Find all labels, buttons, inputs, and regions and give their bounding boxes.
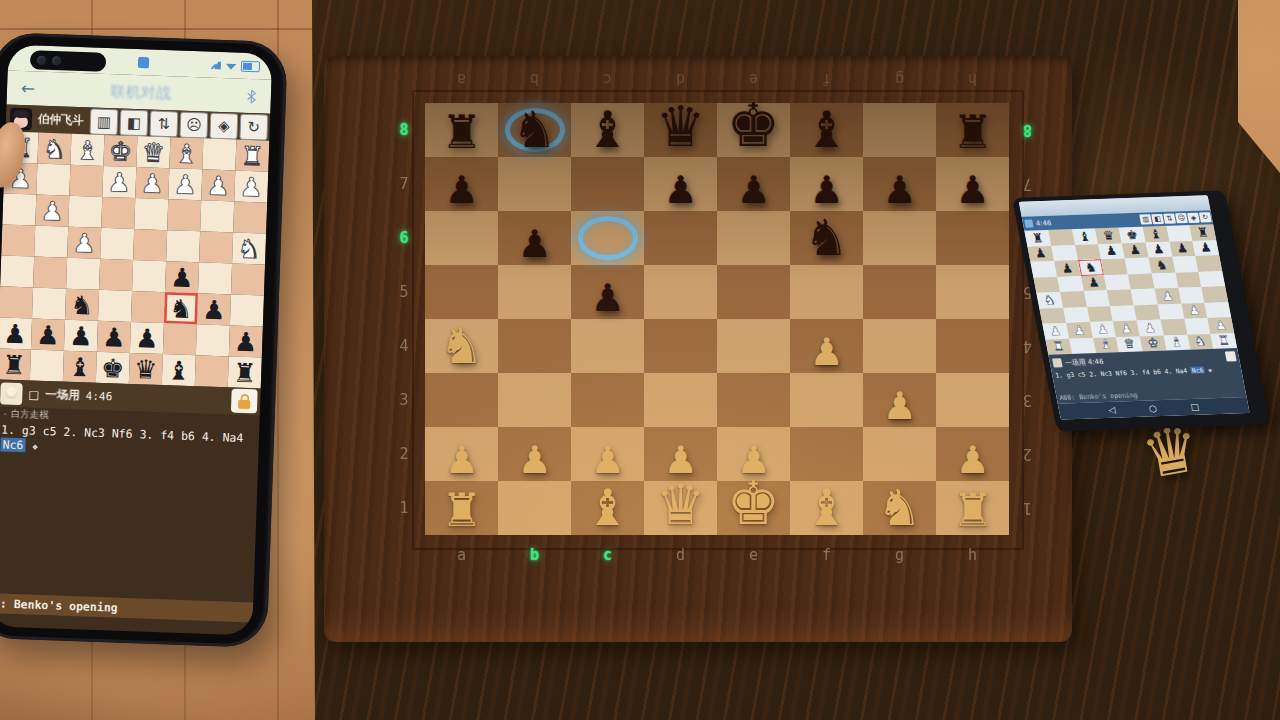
square-e5[interactable] <box>1128 273 1155 289</box>
square-d7[interactable]: ♟ <box>130 322 164 354</box>
square-c3[interactable] <box>167 199 201 231</box>
square-h5 <box>936 265 1009 319</box>
square-d2[interactable]: ♟ <box>1113 320 1140 336</box>
square-g1[interactable]: ♞ <box>1187 333 1214 349</box>
square-a8[interactable]: ♜ <box>228 356 262 388</box>
square-b6: ♟ <box>498 211 571 265</box>
square-f6[interactable]: ♞ <box>1148 257 1175 273</box>
square-e7[interactable]: ♟ <box>97 321 131 353</box>
square-h6[interactable] <box>1196 255 1223 271</box>
tablet-board-sync-icon[interactable]: ◧ <box>1151 214 1164 224</box>
square-e1[interactable]: ♚ <box>103 135 137 167</box>
square-c6 <box>571 211 644 265</box>
white-pawn-f4: ♟ <box>809 333 843 371</box>
square-a1[interactable]: ♜ <box>1045 338 1072 354</box>
black-bishop-c8: ♝ <box>585 105 630 155</box>
lock-icon <box>238 399 250 408</box>
tablet-draw-offer-icon[interactable]: ◈ <box>1187 213 1200 223</box>
square-h7[interactable]: ♟ <box>1193 240 1220 256</box>
led-ring-c6 <box>578 216 638 260</box>
square-g8[interactable] <box>1166 225 1193 241</box>
white-pawn-d2[interactable]: ♟ <box>140 170 164 197</box>
square-e4[interactable] <box>1131 289 1158 305</box>
square-c6[interactable]: ♞ <box>164 292 198 324</box>
square-f5 <box>790 265 863 319</box>
square-b1[interactable] <box>202 138 236 170</box>
square-b4[interactable] <box>1060 291 1087 307</box>
black-pawn-c5[interactable]: ♟ <box>1087 276 1101 289</box>
square-e2[interactable]: ♟ <box>1137 320 1164 336</box>
tablet-rematch-icon[interactable]: ↻ <box>1199 212 1212 222</box>
rematch-icon[interactable]: ↻ <box>239 114 268 141</box>
white-pawn-c2[interactable]: ♟ <box>173 171 197 198</box>
square-f8[interactable]: ♝ <box>63 351 97 383</box>
square-a3[interactable] <box>1039 307 1066 323</box>
square-h8[interactable]: ♜ <box>1190 224 1217 240</box>
coord-bottom-d: d <box>676 546 685 564</box>
square-b6[interactable]: ♟ <box>197 293 231 325</box>
square-c8[interactable]: ♝ <box>162 354 196 386</box>
page-title: 联机对战 <box>35 79 246 105</box>
square-b8[interactable] <box>1048 229 1075 245</box>
black-knight-b8: ♞ <box>512 105 557 155</box>
square-b5[interactable] <box>198 262 232 294</box>
nav-back-icon[interactable]: ◁ <box>1107 405 1116 415</box>
square-g7[interactable]: ♟ <box>1169 240 1196 256</box>
square-d4[interactable] <box>1107 289 1134 305</box>
black-rook-h8[interactable]: ♜ <box>2 351 26 378</box>
white-pawn-h2: ♟ <box>955 441 989 479</box>
white-king-e1: ♚ <box>727 473 781 533</box>
square-h1: ♜ <box>936 481 1009 535</box>
black-pawn-f7[interactable]: ♟ <box>1152 243 1166 256</box>
black-pawn-d7: ♟ <box>663 171 697 209</box>
black-pawn-g7[interactable]: ♟ <box>36 321 60 348</box>
square-a4[interactable]: ♞ <box>1036 292 1063 308</box>
tablet-chessboard: ♜♝♛♚♝♜♟♟♟♟♟♟♟♞♞♟♞♟♟♟♟♟♟♟♟♜♝♛♚♝♞♜ <box>1024 224 1237 355</box>
board-files-bottom: abcdefgh <box>425 546 1009 564</box>
square-g2[interactable] <box>1184 318 1211 334</box>
white-pawn-h2[interactable]: ♟ <box>1214 319 1228 332</box>
square-b2[interactable]: ♟ <box>201 169 235 201</box>
white-pawn-b2[interactable]: ♟ <box>206 172 230 199</box>
stats-icon[interactable]: ▥ <box>89 108 118 135</box>
square-b3[interactable] <box>1063 307 1090 323</box>
square-a3 <box>425 373 498 427</box>
square-c1: ♝ <box>571 481 644 535</box>
coord-left-2: 2 <box>399 445 408 463</box>
white-pawn-d2[interactable]: ♟ <box>1120 322 1134 335</box>
square-h3[interactable] <box>2 193 36 225</box>
tablet-player-text: 一场用 4:46 <box>1064 356 1105 367</box>
square-c1[interactable]: ♝ <box>169 137 203 169</box>
black-pawn-b6[interactable]: ♟ <box>202 296 226 323</box>
black-pawn-h7[interactable]: ♟ <box>3 320 27 347</box>
white-pawn-c2[interactable]: ♟ <box>1096 323 1110 336</box>
black-pawn-h7[interactable]: ♟ <box>1199 241 1213 254</box>
white-knight-a4[interactable]: ♞ <box>237 235 261 262</box>
black-bishop-c8[interactable]: ♝ <box>167 357 191 384</box>
square-f7[interactable]: ♟ <box>64 320 98 352</box>
coord-bottom-c: c <box>603 546 612 564</box>
white-king-e1[interactable]: ♚ <box>108 138 132 165</box>
square-c5: ♟ <box>571 265 644 319</box>
square-h1[interactable]: ♜ <box>1211 333 1238 349</box>
coord-left-4: 4 <box>399 337 408 355</box>
square-a8: ♜ <box>425 103 498 157</box>
square-b5[interactable] <box>1057 276 1084 292</box>
square-d3[interactable] <box>134 198 168 230</box>
square-d8[interactable]: ♛ <box>1095 227 1122 243</box>
black-pawn-d7[interactable]: ♟ <box>1105 245 1119 258</box>
black-knight-c6[interactable]: ♞ <box>1084 261 1098 274</box>
player-name: 一场用 <box>45 387 80 403</box>
square-a1[interactable]: ♜ <box>235 140 269 172</box>
square-g3[interactable]: ♟ <box>35 195 69 227</box>
white-knight-g1[interactable]: ♞ <box>42 135 66 162</box>
white-bishop-c1[interactable]: ♝ <box>174 140 198 167</box>
square-a4[interactable]: ♞ <box>232 232 266 264</box>
white-pawn-g3[interactable]: ♟ <box>1187 304 1201 317</box>
black-bishop-c8[interactable]: ♝ <box>1078 230 1092 243</box>
white-rook-a1[interactable]: ♜ <box>1052 340 1066 353</box>
square-a3[interactable] <box>233 201 267 233</box>
black-pawn-f7[interactable]: ♟ <box>69 322 93 349</box>
square-b3[interactable] <box>200 200 234 232</box>
square-a7[interactable]: ♟ <box>1027 245 1054 261</box>
square-h3[interactable] <box>1205 302 1232 318</box>
white-pawn-a2[interactable]: ♟ <box>239 173 263 200</box>
tablet-lock-button[interactable] <box>1225 351 1237 361</box>
white-knight-g1[interactable]: ♞ <box>1193 335 1207 348</box>
tablet-stats-icon[interactable]: ▥ <box>1139 214 1152 224</box>
square-f3 <box>790 373 863 427</box>
square-d6[interactable] <box>1101 258 1128 274</box>
coord-right-3: 3 <box>1023 391 1032 409</box>
square-h6[interactable] <box>0 286 33 318</box>
lock-button[interactable] <box>231 389 258 414</box>
coord-top-a: a <box>457 70 466 88</box>
square-f6[interactable]: ♞ <box>65 289 99 321</box>
square-c1[interactable]: ♝ <box>1093 337 1120 353</box>
square-h6 <box>936 211 1009 265</box>
black-king-e8[interactable]: ♚ <box>101 354 125 381</box>
tablet-swap-sides-icon[interactable]: ⇅ <box>1163 213 1176 223</box>
swap-sides-icon[interactable]: ⇅ <box>149 111 178 138</box>
black-queen-d8: ♛ <box>655 99 705 155</box>
square-e8[interactable]: ♚ <box>1119 227 1146 243</box>
square-d4 <box>644 319 717 373</box>
square-e4[interactable] <box>100 228 134 260</box>
nav-home-icon[interactable]: ○ <box>1148 403 1158 413</box>
square-e8[interactable]: ♚ <box>96 352 130 384</box>
square-g6[interactable] <box>1172 256 1199 272</box>
square-d1[interactable]: ♛ <box>136 136 170 168</box>
square-c2[interactable]: ♟ <box>1090 321 1117 337</box>
tablet-resign-icon[interactable]: ☹ <box>1175 213 1188 223</box>
square-b2[interactable]: ♟ <box>1066 322 1093 338</box>
black-rook-a8[interactable]: ♜ <box>1031 232 1045 245</box>
tablet-info-panel: 一场用 4:46 1. g3 c5 2. Nc3 Nf6 3. f4 b6 4.… <box>1048 348 1246 404</box>
square-g3[interactable]: ♟ <box>1181 302 1208 318</box>
coord-left-3: 3 <box>399 391 408 409</box>
square-d6[interactable] <box>131 291 165 323</box>
square-g1[interactable]: ♞ <box>37 133 71 165</box>
square-a2[interactable]: ♟ <box>234 171 268 203</box>
square-e3 <box>717 373 790 427</box>
square-f2[interactable] <box>1160 319 1187 335</box>
black-queen-d8[interactable]: ♛ <box>134 356 158 383</box>
white-rook-h1[interactable]: ♜ <box>1217 334 1231 347</box>
square-h5[interactable] <box>0 255 34 287</box>
square-d1: ♛ <box>644 481 717 535</box>
camera-lens-icon <box>37 56 46 65</box>
square-d6 <box>644 211 717 265</box>
square-c7[interactable] <box>163 323 197 355</box>
square-b1[interactable] <box>1069 338 1096 354</box>
square-d5[interactable] <box>132 260 166 292</box>
coord-top-e: e <box>749 70 758 88</box>
panel-empty-area <box>0 453 258 602</box>
square-b2: ♟ <box>498 427 571 481</box>
square-d2[interactable]: ♟ <box>135 167 169 199</box>
square-a2[interactable]: ♟ <box>1042 323 1069 339</box>
square-d3 <box>644 373 717 427</box>
square-c2[interactable]: ♟ <box>168 168 202 200</box>
square-c6[interactable]: ♞ <box>1078 259 1105 275</box>
square-h5[interactable] <box>1199 271 1226 287</box>
square-g5 <box>863 265 936 319</box>
square-h4[interactable] <box>1 224 35 256</box>
square-b5 <box>498 265 571 319</box>
black-pawn-b6: ♟ <box>517 225 551 263</box>
square-e6[interactable] <box>98 290 132 322</box>
black-pawn-a7[interactable]: ♟ <box>234 328 258 355</box>
square-d3[interactable] <box>1110 305 1137 321</box>
square-g6[interactable] <box>32 288 66 320</box>
square-e7[interactable]: ♟ <box>1122 242 1149 258</box>
square-a7[interactable]: ♟ <box>229 325 263 357</box>
white-bishop-f1[interactable]: ♝ <box>75 136 99 163</box>
square-e4 <box>717 319 790 373</box>
tablet-clock: 4:46 <box>1035 219 1052 228</box>
square-b7[interactable] <box>196 324 230 356</box>
square-h4 <box>936 319 1009 373</box>
white-pawn-e2[interactable]: ♟ <box>1143 321 1157 334</box>
tablet-player-avatar <box>1052 358 1063 367</box>
square-h3 <box>936 373 1009 427</box>
white-bishop-c1: ♝ <box>585 483 630 533</box>
board-sync-icon[interactable]: ◧ <box>119 109 148 136</box>
square-c3[interactable] <box>1087 306 1114 322</box>
square-f3[interactable] <box>68 196 102 228</box>
square-d4[interactable] <box>133 229 167 261</box>
coord-top-d: d <box>676 70 685 88</box>
square-b8[interactable] <box>195 355 229 387</box>
square-f4[interactable]: ♟ <box>1154 288 1181 304</box>
black-pawn-g7[interactable]: ♟ <box>1175 242 1189 255</box>
back-button[interactable]: ← <box>21 78 36 98</box>
square-g4[interactable] <box>1178 287 1205 303</box>
square-e3[interactable] <box>101 197 135 229</box>
square-h7[interactable]: ♟ <box>0 317 32 349</box>
square-h2[interactable]: ♟ <box>1208 317 1235 333</box>
white-rook-a1[interactable]: ♜ <box>240 142 264 169</box>
square-c7[interactable] <box>1075 244 1102 260</box>
wifi-icon <box>226 61 236 70</box>
coord-right-7: 7 <box>1023 175 1032 193</box>
square-a5[interactable] <box>1033 276 1060 292</box>
square-a6[interactable] <box>1030 261 1057 277</box>
square-g8 <box>863 103 936 157</box>
white-pawn-g3[interactable]: ♟ <box>40 197 64 224</box>
square-a1: ♜ <box>425 481 498 535</box>
white-pawn-f4[interactable]: ♟ <box>1161 289 1175 302</box>
square-c4[interactable] <box>1084 290 1111 306</box>
square-c5[interactable]: ♟ <box>165 261 199 293</box>
square-d5[interactable] <box>1104 274 1131 290</box>
phone-screen: ← 联机对战 伯仲飞斗 4:47 ▥◧⇅☹◈↻ ♜♞♝♚♛♝♜♟♟♟♟♟♟♟♟♞… <box>0 45 272 636</box>
square-e5 <box>717 265 790 319</box>
black-king-e8[interactable]: ♚ <box>1125 228 1139 241</box>
square-g7[interactable]: ♟ <box>31 319 65 351</box>
white-queen-d1[interactable]: ♛ <box>1123 338 1137 351</box>
white-bishop-f1: ♝ <box>804 483 849 533</box>
black-pawn-g7: ♟ <box>882 171 916 209</box>
tablet-screen: 4:46 ▥◧⇅☹◈↻ ♜♝♛♚♝♜♟♟♟♟♟♟♟♞♞♟♞♟♟♟♟♟♟♟♟♜♝♛… <box>1019 195 1250 419</box>
square-e6[interactable] <box>1125 258 1152 274</box>
square-b3 <box>498 373 571 427</box>
square-c4[interactable] <box>166 230 200 262</box>
black-bishop-f8[interactable]: ♝ <box>68 353 92 380</box>
coord-top-c: c <box>603 70 612 88</box>
square-h7: ♟ <box>936 157 1009 211</box>
square-d1[interactable]: ♛ <box>1116 336 1143 352</box>
white-bishop-f1[interactable]: ♝ <box>1170 336 1184 349</box>
square-a8[interactable]: ♜ <box>1024 230 1051 246</box>
black-pawn-e7[interactable]: ♟ <box>102 323 126 350</box>
square-e5[interactable] <box>99 259 133 291</box>
square-g4[interactable] <box>34 226 68 258</box>
white-pawn-a2[interactable]: ♟ <box>1049 325 1063 338</box>
square-f2 <box>790 427 863 481</box>
square-a5[interactable] <box>231 263 265 295</box>
black-pawn-e7[interactable]: ♟ <box>1128 244 1142 257</box>
coord-bottom-e: e <box>749 546 758 564</box>
square-f1[interactable]: ♝ <box>1163 334 1190 350</box>
black-king-e8: ♚ <box>727 95 781 155</box>
square-d8: ♛ <box>644 103 717 157</box>
square-e1[interactable]: ♚ <box>1140 335 1167 351</box>
black-knight-f6[interactable]: ♞ <box>70 291 94 318</box>
square-f7: ♟ <box>790 157 863 211</box>
square-c4 <box>571 319 644 373</box>
square-d7[interactable]: ♟ <box>1098 243 1125 259</box>
square-e2[interactable]: ♟ <box>102 166 136 198</box>
square-g8[interactable] <box>30 349 64 381</box>
white-pawn-b2[interactable]: ♟ <box>1072 324 1086 337</box>
black-pawn-d7[interactable]: ♟ <box>135 325 159 352</box>
square-f6: ♞ <box>790 211 863 265</box>
square-g5[interactable] <box>1175 271 1202 287</box>
coord-right-8: 8 <box>1023 121 1032 139</box>
square-g5[interactable] <box>33 257 67 289</box>
square-g2[interactable] <box>36 164 70 196</box>
black-bishop-f8[interactable]: ♝ <box>1149 228 1163 241</box>
black-pawn-c5[interactable]: ♟ <box>170 264 194 291</box>
smartphone: ← 联机对战 伯仲飞斗 4:47 ▥◧⇅☹◈↻ ♜♞♝♚♛♝♜♟♟♟♟♟♟♟♟♞… <box>0 32 288 648</box>
square-f7[interactable]: ♟ <box>1145 241 1172 257</box>
square-f5[interactable] <box>1151 272 1178 288</box>
black-knight-c6[interactable]: ♞ <box>169 295 193 322</box>
square-g3: ♟ <box>863 373 936 427</box>
nav-recents-icon[interactable]: □ <box>1190 402 1200 412</box>
square-b6[interactable]: ♟ <box>1054 260 1081 276</box>
black-rook-h8[interactable]: ♜ <box>1196 226 1210 239</box>
black-pawn-a7[interactable]: ♟ <box>1034 247 1048 260</box>
current-move-marker: ❖ <box>32 442 38 452</box>
square-f8: ♝ <box>790 103 863 157</box>
square-g7: ♟ <box>863 157 936 211</box>
player-avatar <box>0 382 23 405</box>
square-b7[interactable] <box>1051 245 1078 261</box>
square-b4[interactable] <box>199 231 233 263</box>
square-g4 <box>863 319 936 373</box>
square-c3 <box>571 373 644 427</box>
white-knight-a4[interactable]: ♞ <box>1043 294 1057 307</box>
square-f1[interactable]: ♝ <box>70 134 104 166</box>
draw-offer-icon[interactable]: ◈ <box>209 113 238 140</box>
square-b4 <box>498 319 571 373</box>
player-clock: 4:46 <box>86 389 113 403</box>
square-f3[interactable] <box>1157 303 1184 319</box>
square-g2 <box>863 427 936 481</box>
square-f4[interactable]: ♟ <box>67 227 101 259</box>
square-h8[interactable]: ♜ <box>0 348 31 380</box>
white-queen-d1[interactable]: ♛ <box>141 139 165 166</box>
black-queen-d8[interactable]: ♛ <box>1102 229 1116 242</box>
square-f8[interactable]: ♝ <box>1142 226 1169 242</box>
square-a5 <box>425 265 498 319</box>
square-e3[interactable] <box>1134 304 1161 320</box>
black-pawn-c5: ♟ <box>590 279 624 317</box>
white-knight-g1: ♞ <box>877 483 922 533</box>
square-c5[interactable]: ♟ <box>1081 275 1108 291</box>
black-knight-f6[interactable]: ♞ <box>1155 258 1169 271</box>
square-h4[interactable] <box>1202 286 1229 302</box>
black-rook-a8[interactable]: ♜ <box>233 359 257 386</box>
coord-left-1: 1 <box>399 499 408 517</box>
white-king-e1[interactable]: ♚ <box>1146 337 1160 350</box>
white-bishop-c1[interactable]: ♝ <box>1099 338 1113 351</box>
square-c7 <box>571 157 644 211</box>
camera-cutout <box>30 50 107 72</box>
resign-icon[interactable]: ☹ <box>179 112 208 139</box>
square-c8[interactable]: ♝ <box>1072 228 1099 244</box>
square-e8: ♚ <box>717 103 790 157</box>
white-pawn-e2[interactable]: ♟ <box>107 169 131 196</box>
square-f5[interactable] <box>66 258 100 290</box>
black-pawn-b6[interactable]: ♟ <box>1060 262 1074 275</box>
white-pawn-f4[interactable]: ♟ <box>72 229 96 256</box>
cast-indicator-icon <box>138 57 149 68</box>
white-knight-a4: ♞ <box>439 321 484 371</box>
square-f2[interactable] <box>69 165 103 197</box>
black-pawn-a7: ♟ <box>444 171 478 209</box>
square-a6[interactable] <box>230 294 264 326</box>
white-rook-a1: ♜ <box>441 487 482 533</box>
square-d8[interactable]: ♛ <box>129 353 163 385</box>
